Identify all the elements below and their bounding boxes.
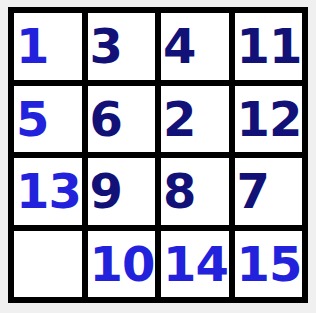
tile-10[interactable]: 10	[88, 231, 156, 298]
tile-5[interactable]: 5	[14, 86, 82, 153]
tile-4[interactable]: 4	[161, 13, 229, 80]
tile-11[interactable]: 11	[235, 13, 303, 80]
tile-9[interactable]: 9	[88, 158, 156, 225]
tile-13[interactable]: 13	[14, 158, 82, 225]
tile-1[interactable]: 1	[14, 13, 82, 80]
tile-15[interactable]: 15	[235, 231, 303, 298]
tile-12[interactable]: 12	[235, 86, 303, 153]
tile-7[interactable]: 7	[235, 158, 303, 225]
tile-6[interactable]: 6	[88, 86, 156, 153]
tile-8[interactable]: 8	[161, 158, 229, 225]
puzzle-board: 1 3 4 11 5 6 2 12 13 9 8 7 10 14 15	[8, 7, 308, 303]
empty-cell	[14, 231, 82, 298]
tile-2[interactable]: 2	[161, 86, 229, 153]
tile-3[interactable]: 3	[88, 13, 156, 80]
tile-14[interactable]: 14	[161, 231, 229, 298]
